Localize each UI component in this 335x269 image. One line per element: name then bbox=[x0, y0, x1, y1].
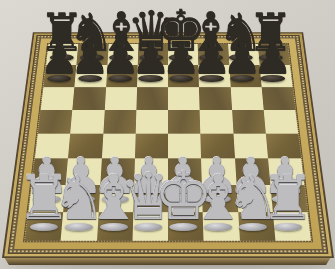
white-rook-icon: ♜ bbox=[261, 170, 315, 227]
piece-base-disc bbox=[274, 223, 302, 231]
black-pawn-icon: ♟ bbox=[253, 37, 293, 79]
piece-white-rook-h1[interactable]: ♜ bbox=[261, 170, 315, 231]
pieces-layer: ♜♞♝♛♚♝♞♜♟♟♟♟♟♟♟♟♟♟♟♟♟♟♟♟♜♞♝♛♚♝♞♜ bbox=[0, 0, 335, 269]
chess-photo-scene: ♜♞♝♛♚♝♞♜♟♟♟♟♟♟♟♟♟♟♟♟♟♟♟♟♜♞♝♛♚♝♞♜ bbox=[0, 0, 335, 269]
piece-black-pawn-h7[interactable]: ♟ bbox=[253, 37, 293, 82]
